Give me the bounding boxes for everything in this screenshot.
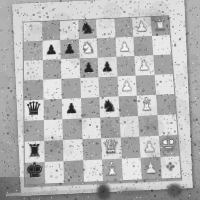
square-c2: [134, 55, 154, 75]
square-d5: [80, 77, 99, 98]
square-b6: [60, 39, 79, 59]
square-e8: [24, 100, 43, 121]
square-f5: [81, 118, 101, 140]
square-h5: [83, 159, 103, 181]
square-c4: [98, 57, 117, 77]
square-b5: [78, 38, 97, 58]
square-h3: [121, 158, 142, 180]
square-b2: [133, 36, 153, 56]
square-e5: [81, 97, 101, 118]
square-a5: [78, 19, 97, 39]
square-f3: [119, 116, 139, 138]
square-c6: [61, 58, 80, 78]
square-e3: [118, 96, 138, 117]
square-a8: [24, 22, 42, 42]
square-b3: [115, 37, 134, 57]
square-h4: [102, 159, 122, 181]
square-a2: [132, 17, 151, 37]
chess-board: ❖ ♛♜♚♟♟♟♞♟♟♞♞♛♝♟♟♟♟♝♟♟♜♚: [23, 15, 182, 185]
square-e7: [43, 99, 62, 120]
square-g2: [139, 136, 160, 158]
square-b1: [151, 35, 171, 55]
square-g3: [120, 137, 140, 159]
square-d7: [43, 79, 62, 100]
square-b8: [24, 41, 43, 61]
chessboard-photo: ❖ ♛♜♚♟♟♟♞♟♟♞♞♛♝♟♟♟♟♝♟♟♜♚: [0, 0, 200, 200]
blurred-piece-blob: [167, 184, 182, 197]
square-a3: [114, 18, 133, 38]
square-f2: [138, 115, 158, 137]
square-a1: [150, 16, 170, 36]
square-c1: [153, 54, 173, 74]
square-e2: [137, 95, 157, 116]
square-d3: [117, 76, 137, 97]
square-g7: [44, 140, 64, 162]
square-d8: [24, 80, 43, 101]
square-e6: [62, 98, 81, 119]
square-a4: [96, 19, 115, 39]
square-h2: [141, 157, 162, 179]
square-a6: [60, 20, 79, 40]
square-b4: [97, 38, 116, 58]
blurred-piece-blob: [97, 184, 110, 200]
square-a7: [42, 21, 61, 41]
square-b7: [42, 40, 61, 60]
square-f7: [43, 119, 62, 141]
square-f1: [157, 114, 178, 136]
square-f6: [62, 118, 82, 140]
square-g5: [82, 138, 102, 160]
square-c8: [24, 60, 43, 80]
square-c5: [79, 58, 98, 78]
square-g4: [101, 138, 121, 160]
square-g1: [158, 135, 179, 157]
square-d4: [98, 76, 118, 97]
square-f4: [100, 117, 120, 139]
blurred-piece-blob: [118, 190, 148, 196]
square-f8: [24, 120, 43, 142]
square-e1: [156, 94, 176, 115]
square-c3: [116, 56, 136, 76]
square-e4: [99, 96, 119, 117]
square-c7: [42, 59, 61, 79]
square-d2: [136, 75, 156, 96]
square-g8: [25, 141, 44, 163]
square-d1: [154, 74, 174, 95]
square-h6: [63, 160, 83, 182]
board-corner-logo-icon: ❖: [160, 156, 181, 178]
square-d6: [61, 78, 80, 99]
square-g6: [63, 139, 83, 161]
